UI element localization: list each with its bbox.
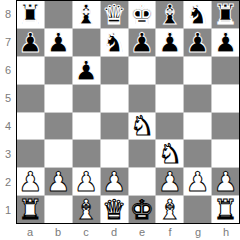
- square-c6[interactable]: ♟: [73, 57, 100, 84]
- rank-label-6: 6: [0, 56, 16, 84]
- square-a2[interactable]: ♟: [17, 168, 44, 195]
- square-a3[interactable]: [17, 140, 44, 167]
- piece-white-king[interactable]: ♚: [130, 196, 154, 223]
- square-f5[interactable]: [156, 85, 183, 112]
- rank-label-4: 4: [0, 112, 16, 140]
- square-d1[interactable]: ♛: [101, 196, 128, 223]
- file-label-c: c: [72, 224, 100, 240]
- rank-label-7: 7: [0, 28, 16, 56]
- piece-black-rook[interactable]: ♜: [18, 1, 42, 28]
- square-h7[interactable]: ♟: [212, 29, 239, 56]
- piece-black-king[interactable]: ♚: [130, 1, 154, 28]
- square-f6[interactable]: [156, 57, 183, 84]
- square-b5[interactable]: [45, 85, 72, 112]
- square-h8[interactable]: ♜: [212, 1, 239, 28]
- square-f3[interactable]: ♞: [156, 140, 183, 167]
- square-h6[interactable]: [212, 57, 239, 84]
- chess-board: ♜♝♛♚♝♞♜♟♟♞♟♟♟♟♟♞♞♟♟♟♟♟♟♟♜♝♛♚♝♜: [16, 0, 240, 224]
- piece-white-queen[interactable]: ♛: [102, 196, 126, 223]
- file-label-d: d: [100, 224, 128, 240]
- square-e7[interactable]: ♟: [129, 29, 156, 56]
- square-g2[interactable]: ♟: [184, 168, 211, 195]
- square-c4[interactable]: [73, 113, 100, 140]
- rank-label-2: 2: [0, 168, 16, 196]
- square-c1[interactable]: ♝: [73, 196, 100, 223]
- square-h1[interactable]: ♜: [212, 196, 239, 223]
- square-a6[interactable]: [17, 57, 44, 84]
- square-d2[interactable]: ♟: [101, 168, 128, 195]
- square-e2[interactable]: [129, 168, 156, 195]
- file-label-f: f: [156, 224, 184, 240]
- chess-board-widget: 87654321 ♜♝♛♚♝♞♜♟♟♞♟♟♟♟♟♞♞♟♟♟♟♟♟♟♜♝♛♚♝♜ …: [0, 0, 240, 240]
- piece-black-knight[interactable]: ♞: [102, 29, 126, 56]
- square-e5[interactable]: [129, 85, 156, 112]
- piece-black-pawn[interactable]: ♟: [130, 29, 154, 56]
- square-h4[interactable]: [212, 113, 239, 140]
- file-label-g: g: [184, 224, 212, 240]
- square-a4[interactable]: [17, 113, 44, 140]
- piece-white-bishop[interactable]: ♝: [158, 196, 182, 223]
- piece-black-bishop[interactable]: ♝: [74, 1, 98, 28]
- square-g6[interactable]: [184, 57, 211, 84]
- piece-white-rook[interactable]: ♜: [18, 196, 42, 223]
- square-h5[interactable]: [212, 85, 239, 112]
- file-label-b: b: [44, 224, 72, 240]
- square-f1[interactable]: ♝: [156, 196, 183, 223]
- piece-white-pawn[interactable]: ♟: [158, 168, 182, 195]
- piece-white-bishop[interactable]: ♝: [74, 196, 98, 223]
- piece-black-knight[interactable]: ♞: [186, 1, 210, 28]
- square-e3[interactable]: [129, 140, 156, 167]
- square-e6[interactable]: [129, 57, 156, 84]
- square-f4[interactable]: [156, 113, 183, 140]
- rank-labels: 87654321: [0, 0, 16, 224]
- square-b1[interactable]: [45, 196, 72, 223]
- rank-label-1: 1: [0, 196, 16, 224]
- file-label-a: a: [16, 224, 44, 240]
- square-g8[interactable]: ♞: [184, 1, 211, 28]
- piece-white-pawn[interactable]: ♟: [18, 168, 42, 195]
- file-labels: abcdefgh: [16, 224, 240, 240]
- piece-white-knight[interactable]: ♞: [158, 140, 182, 167]
- square-d4[interactable]: [101, 113, 128, 140]
- square-b4[interactable]: [45, 113, 72, 140]
- square-f2[interactable]: ♟: [156, 168, 183, 195]
- square-g4[interactable]: [184, 113, 211, 140]
- rank-label-8: 8: [0, 0, 16, 28]
- piece-black-pawn[interactable]: ♟: [213, 29, 237, 56]
- square-a7[interactable]: ♟: [17, 29, 44, 56]
- square-e8[interactable]: ♚: [129, 1, 156, 28]
- square-c7[interactable]: [73, 29, 100, 56]
- square-c3[interactable]: [73, 140, 100, 167]
- piece-black-pawn[interactable]: ♟: [186, 29, 210, 56]
- piece-black-bishop[interactable]: ♝: [158, 1, 182, 28]
- square-d3[interactable]: [101, 140, 128, 167]
- square-a5[interactable]: [17, 85, 44, 112]
- square-h3[interactable]: [212, 140, 239, 167]
- square-f7[interactable]: ♟: [156, 29, 183, 56]
- piece-white-pawn[interactable]: ♟: [186, 168, 210, 195]
- square-e4[interactable]: ♞: [129, 113, 156, 140]
- piece-black-rook[interactable]: ♜: [213, 1, 237, 28]
- file-label-e: e: [128, 224, 156, 240]
- piece-white-rook[interactable]: ♜: [213, 196, 237, 223]
- piece-white-knight[interactable]: ♞: [130, 113, 154, 140]
- piece-white-pawn[interactable]: ♟: [46, 168, 70, 195]
- piece-black-pawn[interactable]: ♟: [46, 29, 70, 56]
- square-d6[interactable]: [101, 57, 128, 84]
- square-d5[interactable]: [101, 85, 128, 112]
- square-g1[interactable]: [184, 196, 211, 223]
- piece-white-pawn[interactable]: ♟: [74, 168, 98, 195]
- square-a8[interactable]: ♜: [17, 1, 44, 28]
- square-c5[interactable]: [73, 85, 100, 112]
- board-corner-spacer: [0, 224, 16, 240]
- piece-white-pawn[interactable]: ♟: [102, 168, 126, 195]
- square-b3[interactable]: [45, 140, 72, 167]
- square-c8[interactable]: ♝: [73, 1, 100, 28]
- piece-black-pawn[interactable]: ♟: [18, 29, 42, 56]
- file-label-h: h: [212, 224, 240, 240]
- square-d7[interactable]: ♞: [101, 29, 128, 56]
- square-b8[interactable]: [45, 1, 72, 28]
- piece-black-pawn[interactable]: ♟: [74, 57, 98, 84]
- square-d8[interactable]: ♛: [101, 1, 128, 28]
- rank-label-5: 5: [0, 84, 16, 112]
- square-e1[interactable]: ♚: [129, 196, 156, 223]
- piece-black-queen[interactable]: ♛: [102, 1, 126, 28]
- square-b6[interactable]: [45, 57, 72, 84]
- piece-black-pawn[interactable]: ♟: [158, 29, 182, 56]
- square-c2[interactable]: ♟: [73, 168, 100, 195]
- square-b2[interactable]: ♟: [45, 168, 72, 195]
- square-a1[interactable]: ♜: [17, 196, 44, 223]
- square-h2[interactable]: ♟: [212, 168, 239, 195]
- square-g3[interactable]: [184, 140, 211, 167]
- square-g5[interactable]: [184, 85, 211, 112]
- square-b7[interactable]: ♟: [45, 29, 72, 56]
- square-g7[interactable]: ♟: [184, 29, 211, 56]
- square-f8[interactable]: ♝: [156, 1, 183, 28]
- rank-label-3: 3: [0, 140, 16, 168]
- piece-white-pawn[interactable]: ♟: [213, 168, 237, 195]
